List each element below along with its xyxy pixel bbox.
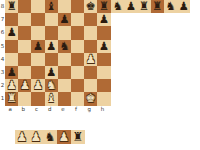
square-g5[interactable] [84,40,97,53]
square-h4[interactable] [97,53,110,66]
black-king[interactable]: ♚ [84,0,97,13]
square-f6[interactable] [71,26,84,39]
square-c7[interactable] [31,13,44,26]
square-a6[interactable]: ♟ [5,26,18,39]
square-a1[interactable]: ♜ [5,92,18,105]
captured-tile-4[interactable]: ♞ [164,0,177,13]
file-label-h: h [97,106,110,113]
file-label-b: b [18,106,31,113]
square-h7[interactable]: ♟ [97,13,110,26]
captured-tile-2[interactable]: ♞ [43,130,57,144]
file-label-d: d [45,106,58,113]
square-f4[interactable] [71,53,84,66]
square-h3[interactable] [97,66,110,79]
black-pawn[interactable]: ♟ [31,40,44,53]
square-h6[interactable] [97,26,110,39]
black-pawn[interactable]: ♟ [97,13,110,26]
captured-black-rook: ♜ [71,130,85,144]
white-pawn[interactable]: ♟ [31,79,44,92]
captured-black-knight: ♞ [111,0,124,13]
chess-app: 87654321 ♜♝♚♜♟♟♟♟♟♞♟♟♟♟♟♟♟♞♜♝♚ abcdefgh … [0,0,200,150]
square-d6[interactable] [45,26,58,39]
captured-tile-3[interactable]: ♜ [151,0,164,13]
square-e3[interactable] [58,66,71,79]
file-labels: abcdefgh [5,106,111,113]
square-d8[interactable]: ♝ [45,0,58,13]
captured-tile-0[interactable]: ♞ [111,0,124,13]
file-label-g: g [84,106,97,113]
square-g6[interactable] [84,26,97,39]
square-c4[interactable] [31,53,44,66]
square-f3[interactable] [71,66,84,79]
square-e6[interactable] [58,26,71,39]
square-g7[interactable] [84,13,97,26]
square-a8[interactable]: ♜ [5,0,18,13]
square-f8[interactable] [71,0,84,13]
captured-tile-1[interactable]: ♟ [29,130,43,144]
captured-tile-1[interactable]: ♟ [124,0,137,13]
square-a4[interactable] [5,53,18,66]
square-h1[interactable] [97,92,110,105]
file-label-f: f [71,106,84,113]
square-c8[interactable] [31,0,44,13]
square-e1[interactable] [58,92,71,105]
black-pawn[interactable]: ♟ [45,40,58,53]
square-e5[interactable]: ♞ [58,40,71,53]
file-label-a: a [5,106,18,113]
square-g1[interactable]: ♚ [84,92,97,105]
square-d1[interactable]: ♝ [45,92,58,105]
black-bishop[interactable]: ♝ [45,0,58,13]
captured-black-knight: ♞ [164,0,177,13]
square-a5[interactable] [5,40,18,53]
chess-board: ♜♝♚♜♟♟♟♟♟♞♟♟♟♟♟♟♟♞♜♝♚ [5,0,111,106]
square-c6[interactable] [31,26,44,39]
square-g4[interactable]: ♟ [84,53,97,66]
file-label-e: e [58,106,71,113]
square-d4[interactable] [45,53,58,66]
white-bishop[interactable]: ♝ [45,92,58,105]
square-b5[interactable] [18,40,31,53]
white-king[interactable]: ♚ [84,92,97,105]
white-pawn[interactable]: ♟ [84,53,97,66]
square-g3[interactable] [84,66,97,79]
captured-black-pieces-tray: ♞♟♜♜♞♟ [111,0,190,13]
captured-white-pawn: ♟ [15,130,29,144]
captured-tile-5[interactable]: ♟ [177,0,190,13]
square-d5[interactable]: ♟ [45,40,58,53]
black-pawn[interactable]: ♟ [5,26,18,39]
captured-black-rook: ♜ [151,0,164,13]
captured-tile-0[interactable]: ♟ [15,130,29,144]
square-b7[interactable] [18,13,31,26]
square-b2[interactable]: ♟ [18,79,31,92]
square-h5[interactable]: ♟ [97,40,110,53]
square-f1[interactable] [71,92,84,105]
square-f7[interactable] [71,13,84,26]
file-label-c: c [31,106,44,113]
white-pawn[interactable]: ♟ [18,79,31,92]
captured-white-pawn: ♟ [57,130,71,144]
white-rook[interactable]: ♜ [5,92,18,105]
captured-tile-3[interactable]: ♟ [57,130,71,144]
captured-black-knight: ♞ [43,130,57,144]
square-b1[interactable] [18,92,31,105]
black-rook[interactable]: ♜ [5,0,18,13]
square-g8[interactable]: ♚ [84,0,97,13]
captured-white-pawn: ♟ [29,130,43,144]
captured-tile-4[interactable]: ♜ [71,130,85,144]
captured-tile-2[interactable]: ♜ [137,0,150,13]
square-b6[interactable] [18,26,31,39]
square-c1[interactable] [31,92,44,105]
square-b4[interactable] [18,53,31,66]
square-b8[interactable] [18,0,31,13]
square-c5[interactable]: ♟ [31,40,44,53]
square-e2[interactable] [58,79,71,92]
square-e7[interactable]: ♟ [58,13,71,26]
square-e4[interactable] [58,53,71,66]
captured-black-rook: ♜ [137,0,150,13]
square-c2[interactable]: ♟ [31,79,44,92]
square-f5[interactable] [71,40,84,53]
captured-black-pawn: ♟ [177,0,190,13]
square-h2[interactable] [97,79,110,92]
square-f2[interactable] [71,79,84,92]
captured-white-pieces-tray: ♟♟♞♟♜ [15,130,85,144]
black-knight[interactable]: ♞ [58,40,71,53]
black-pawn[interactable]: ♟ [58,13,71,26]
captured-black-pawn: ♟ [124,0,137,13]
black-pawn[interactable]: ♟ [97,40,110,53]
square-d7[interactable] [45,13,58,26]
